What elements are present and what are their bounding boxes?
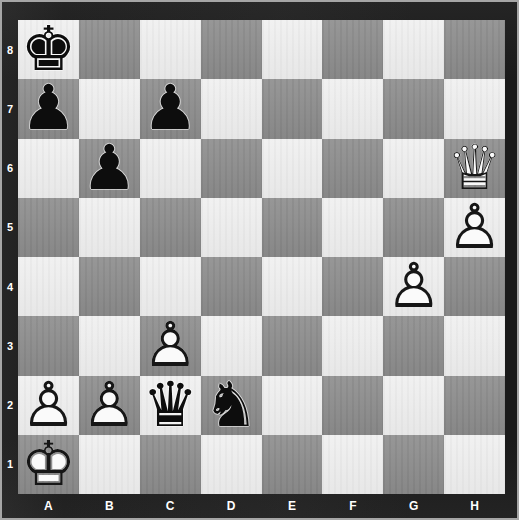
square-h4 [444, 257, 505, 316]
square-e3 [262, 316, 323, 375]
piece-white-pawn: ♟♙ [79, 376, 140, 435]
square-f7 [322, 79, 383, 138]
file-label-b: B [79, 494, 140, 518]
file-label-d: D [201, 494, 262, 518]
square-f8 [322, 20, 383, 79]
square-g3 [383, 316, 444, 375]
file-label-c: C [140, 494, 201, 518]
square-e5 [262, 198, 323, 257]
rank-labels: 87654321 [2, 20, 18, 494]
white-pawn-outline-glyph: ♙ [82, 374, 138, 436]
square-g1 [383, 435, 444, 494]
square-h3 [444, 316, 505, 375]
white-king-outline-glyph: ♔ [21, 433, 77, 495]
file-label-g: G [383, 494, 444, 518]
rank-label-3: 3 [2, 316, 18, 375]
square-e4 [262, 257, 323, 316]
square-e1 [262, 435, 323, 494]
square-g4: ♟♙ [383, 257, 444, 316]
square-d1 [201, 435, 262, 494]
rank-label-1: 1 [2, 435, 18, 494]
rank-label-6: 6 [2, 139, 18, 198]
square-h1 [444, 435, 505, 494]
square-h8 [444, 20, 505, 79]
square-e2 [262, 376, 323, 435]
square-g6 [383, 139, 444, 198]
square-f5 [322, 198, 383, 257]
square-d8 [201, 20, 262, 79]
square-a5 [18, 198, 79, 257]
piece-black-pawn: ♟ [18, 79, 79, 138]
file-labels: ABCDEFGH [18, 494, 505, 518]
square-d2: ♞ [201, 376, 262, 435]
piece-black-queen: ♛ [140, 376, 201, 435]
square-d4 [201, 257, 262, 316]
square-b4 [79, 257, 140, 316]
chess-diagram: 87654321 ♚♟♟♟♛♕♟♙♟♙♟♙♟♙♟♙♛♞♚♔ ABCDEFGH [0, 0, 519, 520]
black-knight-glyph: ♞ [203, 374, 259, 436]
square-g8 [383, 20, 444, 79]
square-c1 [140, 435, 201, 494]
piece-white-pawn: ♟♙ [444, 198, 505, 257]
square-g7 [383, 79, 444, 138]
square-d6 [201, 139, 262, 198]
square-c7: ♟ [140, 79, 201, 138]
file-label-e: E [262, 494, 323, 518]
square-a1: ♚♔ [18, 435, 79, 494]
file-label-f: F [322, 494, 383, 518]
square-a6 [18, 139, 79, 198]
square-e7 [262, 79, 323, 138]
square-a7: ♟ [18, 79, 79, 138]
square-b5 [79, 198, 140, 257]
square-c5 [140, 198, 201, 257]
square-f6 [322, 139, 383, 198]
square-d7 [201, 79, 262, 138]
piece-white-pawn: ♟♙ [383, 257, 444, 316]
square-b2: ♟♙ [79, 376, 140, 435]
square-f3 [322, 316, 383, 375]
square-d5 [201, 198, 262, 257]
black-pawn-glyph: ♟ [142, 77, 198, 139]
file-label-h: H [444, 494, 505, 518]
square-f4 [322, 257, 383, 316]
square-e8 [262, 20, 323, 79]
square-a4 [18, 257, 79, 316]
square-h5: ♟♙ [444, 198, 505, 257]
black-pawn-glyph: ♟ [82, 137, 138, 199]
piece-black-pawn: ♟ [140, 79, 201, 138]
square-c2: ♛ [140, 376, 201, 435]
rank-label-2: 2 [2, 376, 18, 435]
white-pawn-outline-glyph: ♙ [447, 196, 503, 258]
file-label-a: A [18, 494, 79, 518]
square-b6: ♟ [79, 139, 140, 198]
chess-board: ♚♟♟♟♛♕♟♙♟♙♟♙♟♙♟♙♛♞♚♔ [18, 20, 505, 494]
white-pawn-outline-glyph: ♙ [386, 255, 442, 317]
square-b1 [79, 435, 140, 494]
square-h2 [444, 376, 505, 435]
piece-white-king: ♚♔ [18, 435, 79, 494]
piece-black-knight: ♞ [201, 376, 262, 435]
square-f2 [322, 376, 383, 435]
rank-label-8: 8 [2, 20, 18, 79]
square-c6 [140, 139, 201, 198]
square-e6 [262, 139, 323, 198]
rank-label-4: 4 [2, 257, 18, 316]
rank-label-7: 7 [2, 79, 18, 138]
rank-label-5: 5 [2, 198, 18, 257]
square-f1 [322, 435, 383, 494]
black-pawn-glyph: ♟ [21, 77, 77, 139]
piece-black-pawn: ♟ [79, 139, 140, 198]
square-b8 [79, 20, 140, 79]
black-queen-glyph: ♛ [142, 374, 198, 436]
square-g2 [383, 376, 444, 435]
